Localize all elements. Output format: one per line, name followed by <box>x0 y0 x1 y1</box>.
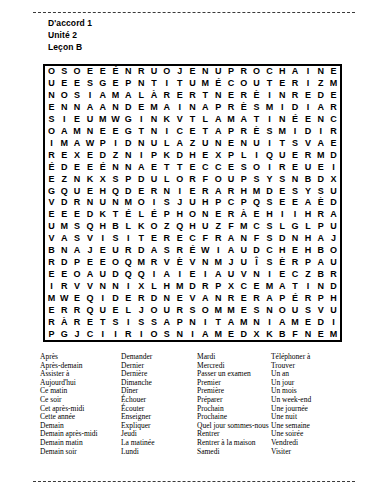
grid-cell-r23-c13: A <box>199 328 212 340</box>
grid-cell-r5-c17: T <box>250 114 263 126</box>
grid-cell-r1-c5: E <box>96 66 109 78</box>
grid-cell-r5-c23: C <box>327 114 340 126</box>
word-list-item: Visiter <box>271 448 351 457</box>
grid-cell-r5-c12: T <box>186 114 199 126</box>
grid-cell-r8-c7: N <box>122 149 135 161</box>
grid-cell-r2-c6: E <box>109 78 122 90</box>
grid-cell-r5-c13: L <box>199 114 212 126</box>
grid-cell-r5-c3: E <box>71 114 84 126</box>
grid-cell-r5-c4: U <box>83 114 96 126</box>
grid-cell-r20-c11: E <box>173 292 186 304</box>
grid-cell-r13-c3: E <box>71 209 84 221</box>
grid-cell-r13-c5: K <box>96 209 109 221</box>
grid-cell-r6-c8: T <box>135 126 148 138</box>
grid-cell-r22-c6: S <box>109 316 122 328</box>
grid-cell-r11-c18: D <box>263 185 276 197</box>
grid-cell-r1-c21: I <box>302 66 315 78</box>
grid-cell-r10-c13: F <box>199 173 212 185</box>
grid-cell-r3-c2: O <box>58 90 71 102</box>
grid-cell-r14-c22: P <box>314 221 327 233</box>
grid-cell-r9-c2: D <box>58 161 71 173</box>
grid-cell-r23-c8: I <box>135 328 148 340</box>
grid-cell-r1-c10: O <box>160 66 173 78</box>
grid-cell-r14-c11: Q <box>173 221 186 233</box>
grid-cell-r2-c13: M <box>199 78 212 90</box>
grid-cell-r22-c2: À <box>58 316 71 328</box>
grid-cell-r7-c10: L <box>160 137 173 149</box>
grid-cell-r19-c22: N <box>314 280 327 292</box>
grid-cell-r2-c20: R <box>289 78 302 90</box>
grid-cell-r10-c21: B <box>302 173 315 185</box>
grid-cell-r16-c15: A <box>225 245 238 257</box>
grid-cell-r18-c17: N <box>250 269 263 281</box>
grid-cell-r22-c23: I <box>327 316 340 328</box>
grid-cell-r7-c2: M <box>58 137 71 149</box>
grid-cell-r12-c1: V <box>45 197 58 209</box>
grid-cell-r20-c7: E <box>122 292 135 304</box>
grid-cell-r14-c13: U <box>199 221 212 233</box>
grid-cell-r23-c18: K <box>263 328 276 340</box>
grid-cell-r23-c16: D <box>237 328 250 340</box>
word-search-grid: OSOEEÉNRUOJENUPROCHAINEUEESGEPNTITUMÉCOU… <box>43 64 342 342</box>
grid-cell-r7-c17: U <box>250 137 263 149</box>
grid-cell-r8-c10: K <box>160 149 173 161</box>
grid-cell-r12-c9: I <box>148 197 161 209</box>
grid-cell-r6-c7: G <box>122 126 135 138</box>
grid-cell-r8-c2: E <box>58 149 71 161</box>
grid-cell-r18-c10: A <box>160 269 173 281</box>
grid-cell-r3-c18: I <box>263 90 276 102</box>
grid-cell-r9-c20: E <box>289 161 302 173</box>
grid-cell-r14-c2: M <box>58 221 71 233</box>
grid-cell-r8-c11: D <box>173 149 186 161</box>
grid-cell-r8-c5: D <box>96 149 109 161</box>
grid-cell-r14-c17: C <box>250 221 263 233</box>
grid-cell-r17-c5: E <box>96 257 109 269</box>
grid-cell-r21-c9: O <box>148 304 161 316</box>
grid-cell-r20-c4: Q <box>83 292 96 304</box>
grid-cell-r19-c23: D <box>327 280 340 292</box>
grid-cell-r13-c12: O <box>186 209 199 221</box>
grid-cell-r4-c22: A <box>314 102 327 114</box>
grid-cell-r11-c17: M <box>250 185 263 197</box>
grid-cell-r12-c11: J <box>173 197 186 209</box>
grid-cell-r2-c12: U <box>186 78 199 90</box>
grid-cell-r3-c21: E <box>302 90 315 102</box>
grid-cell-r9-c1: É <box>45 161 58 173</box>
grid-cell-r21-c17: S <box>250 304 263 316</box>
grid-cell-r23-c20: F <box>289 328 302 340</box>
grid-cell-r17-c17: Î <box>250 257 263 269</box>
grid-cell-r3-c13: T <box>199 90 212 102</box>
grid-cell-r11-c14: A <box>212 185 225 197</box>
grid-cell-r5-c20: É <box>289 114 302 126</box>
grid-cell-r20-c8: R <box>135 292 148 304</box>
grid-cell-r13-c4: D <box>83 209 96 221</box>
grid-cell-r13-c2: E <box>58 209 71 221</box>
grid-cell-r5-c14: A <box>212 114 225 126</box>
grid-cell-r21-c14: M <box>212 304 225 316</box>
grid-cell-r2-c17: U <box>250 78 263 90</box>
grid-cell-r7-c6: I <box>109 137 122 149</box>
grid-cell-r18-c9: I <box>148 269 161 281</box>
grid-cell-r22-c22: D <box>314 316 327 328</box>
grid-cell-r14-c15: F <box>225 221 238 233</box>
grid-cell-r23-c1: P <box>45 328 58 340</box>
grid-cell-r18-c7: Q <box>122 269 135 281</box>
grid-cell-r15-c23: J <box>327 233 340 245</box>
grid-cell-r22-c1: R <box>45 316 58 328</box>
grid-cell-r21-c22: V <box>314 304 327 316</box>
grid-cell-r2-c22: Z <box>314 78 327 90</box>
grid-cell-r8-c18: Q <box>263 149 276 161</box>
grid-cell-r16-c10: S <box>160 245 173 257</box>
grid-cell-r15-c15: A <box>225 233 238 245</box>
grid-cell-r14-c19: L <box>276 221 289 233</box>
grid-cell-r5-c5: M <box>96 114 109 126</box>
worksheet-page: D'accord 1 Unité 2 Leçon B OSOEEÉNRUOJEN… <box>0 0 386 500</box>
grid-cell-r11-c6: Q <box>109 185 122 197</box>
grid-cell-r20-c9: D <box>148 292 161 304</box>
grid-cell-r20-c22: P <box>314 292 327 304</box>
grid-cell-r10-c17: S <box>250 173 263 185</box>
grid-cell-r3-c8: L <box>135 90 148 102</box>
grid-cell-r12-c14: P <box>212 197 225 209</box>
grid-cell-r1-c11: J <box>173 66 186 78</box>
grid-cell-r20-c2: W <box>58 292 71 304</box>
grid-cell-r12-c20: E <box>289 197 302 209</box>
grid-cell-r19-c1: I <box>45 280 58 292</box>
grid-cell-r3-c19: N <box>276 90 289 102</box>
grid-cell-r19-c13: R <box>199 280 212 292</box>
grid-cell-r9-c23: I <box>327 161 340 173</box>
grid-cell-r21-c21: S <box>302 304 315 316</box>
grid-cell-r16-c18: C <box>263 245 276 257</box>
grid-cell-r16-c1: B <box>45 245 58 257</box>
grid-cell-r23-c3: J <box>71 328 84 340</box>
grid-cell-r2-c4: S <box>83 78 96 90</box>
grid-cell-r22-c16: M <box>237 316 250 328</box>
grid-cell-r6-c11: C <box>173 126 186 138</box>
grid-cell-r23-c12: I <box>186 328 199 340</box>
grid-cell-r19-c16: C <box>237 280 250 292</box>
grid-cell-r12-c8: O <box>135 197 148 209</box>
grid-cell-r21-c5: U <box>96 304 109 316</box>
grid-cell-r15-c6: S <box>109 233 122 245</box>
grid-cell-r4-c18: M <box>263 102 276 114</box>
grid-cell-r10-c2: Z <box>58 173 71 185</box>
grid-cell-r2-c14: É <box>212 78 225 90</box>
grid-cell-r13-c23: A <box>327 209 340 221</box>
grid-cell-r19-c4: V <box>83 280 96 292</box>
grid-cell-r21-c11: R <box>173 304 186 316</box>
grid-cell-r9-c6: N <box>109 161 122 173</box>
grid-cell-r22-c13: I <box>199 316 212 328</box>
grid-cell-r14-c7: L <box>122 221 135 233</box>
grid-cell-r23-c19: B <box>276 328 289 340</box>
grid-cell-r12-c3: R <box>71 197 84 209</box>
grid-cell-r4-c19: I <box>276 102 289 114</box>
grid-cell-r19-c20: T <box>289 280 302 292</box>
grid-cell-r9-c17: O <box>250 161 263 173</box>
grid-cell-r1-c6: É <box>109 66 122 78</box>
grid-cell-r22-c4: E <box>83 316 96 328</box>
grid-cell-r18-c20: C <box>289 269 302 281</box>
grid-cell-r22-c17: N <box>250 316 263 328</box>
grid-cell-r3-c1: N <box>45 90 58 102</box>
grid-cell-r21-c7: L <box>122 304 135 316</box>
grid-cell-r1-c18: C <box>263 66 276 78</box>
grid-cell-r3-c11: E <box>173 90 186 102</box>
grid-cell-r3-c17: È <box>250 90 263 102</box>
grid-cell-r20-c20: É <box>289 292 302 304</box>
grid-cell-r21-c18: N <box>263 304 276 316</box>
grid-cell-r13-c17: E <box>250 209 263 221</box>
grid-cell-r19-c19: A <box>276 280 289 292</box>
grid-cell-r17-c1: R <box>45 257 58 269</box>
grid-cell-r4-c9: M <box>148 102 161 114</box>
grid-cell-r7-c22: A <box>314 137 327 149</box>
grid-cell-r5-c16: A <box>237 114 250 126</box>
grid-cell-r15-c11: E <box>173 233 186 245</box>
grid-cell-r15-c1: V <box>45 233 58 245</box>
grid-cell-r23-c14: M <box>212 328 225 340</box>
grid-cell-r1-c16: R <box>237 66 250 78</box>
grid-cell-r5-c15: M <box>225 114 238 126</box>
grid-cell-r11-c8: E <box>135 185 148 197</box>
grid-cell-r7-c12: Z <box>186 137 199 149</box>
grid-cell-r13-c15: R <box>225 209 238 221</box>
grid-cell-r7-c13: U <box>199 137 212 149</box>
grid-cell-r12-c12: U <box>186 197 199 209</box>
grid-cell-r1-c1: O <box>45 66 58 78</box>
grid-cell-r17-c16: U <box>237 257 250 269</box>
grid-cell-r17-c3: P <box>71 257 84 269</box>
grid-cell-r14-c21: L <box>302 221 315 233</box>
grid-cell-r12-c22: È <box>314 197 327 209</box>
grid-cell-r5-c9: N <box>148 114 161 126</box>
grid-cell-r8-c17: I <box>250 149 263 161</box>
grid-cell-r9-c14: C <box>212 161 225 173</box>
grid-cell-r14-c5: H <box>96 221 109 233</box>
grid-cell-r1-c8: R <box>135 66 148 78</box>
grid-cell-r7-c16: N <box>237 137 250 149</box>
grid-cell-r13-c13: N <box>199 209 212 221</box>
grid-cell-r3-c22: D <box>314 90 327 102</box>
grid-cell-r16-c19: H <box>276 245 289 257</box>
grid-cell-r3-c4: I <box>83 90 96 102</box>
grid-cell-r17-c14: M <box>212 257 225 269</box>
grid-cell-r4-c20: D <box>289 102 302 114</box>
grid-cell-r11-c16: H <box>237 185 250 197</box>
grid-cell-r7-c1: I <box>45 137 58 149</box>
grid-cell-r17-c20: R <box>289 257 302 269</box>
grid-cell-r22-c12: N <box>186 316 199 328</box>
grid-cell-r13-c19: I <box>276 209 289 221</box>
grid-cell-r6-c13: T <box>199 126 212 138</box>
grid-cell-r21-c1: E <box>45 304 58 316</box>
grid-cell-r6-c15: P <box>225 126 238 138</box>
grid-cell-r1-c12: E <box>186 66 199 78</box>
grid-cell-r7-c14: N <box>212 137 225 149</box>
grid-cell-r22-c18: I <box>263 316 276 328</box>
grid-cell-r3-c3: S <box>71 90 84 102</box>
grid-cell-r7-c5: P <box>96 137 109 149</box>
grid-cell-r18-c11: I <box>173 269 186 281</box>
grid-cell-r1-c7: N <box>122 66 135 78</box>
grid-cell-r15-c19: D <box>276 233 289 245</box>
grid-cell-r19-c17: E <box>250 280 263 292</box>
grid-cell-r16-c5: E <box>96 245 109 257</box>
grid-cell-r2-c3: E <box>71 78 84 90</box>
grid-cell-r9-c21: U <box>302 161 315 173</box>
grid-cell-r10-c7: P <box>122 173 135 185</box>
grid-cell-r11-c4: E <box>83 185 96 197</box>
grid-cell-r8-c12: H <box>186 149 199 161</box>
grid-cell-r15-c14: R <box>212 233 225 245</box>
grid-cell-r22-c11: P <box>173 316 186 328</box>
grid-cell-r17-c13: N <box>199 257 212 269</box>
grid-cell-r22-c14: T <box>212 316 225 328</box>
grid-cell-r16-c3: A <box>71 245 84 257</box>
grid-cell-r12-c18: S <box>263 197 276 209</box>
grid-cell-r7-c8: N <box>135 137 148 149</box>
grid-cell-r16-c17: D <box>250 245 263 257</box>
grid-cell-r13-c18: H <box>263 209 276 221</box>
grid-cell-r9-c10: T <box>160 161 173 173</box>
grid-cell-r15-c10: R <box>160 233 173 245</box>
grid-cell-r20-c13: A <box>199 292 212 304</box>
grid-cell-r19-c2: R <box>58 280 71 292</box>
grid-cell-r10-c20: N <box>289 173 302 185</box>
grid-cell-r13-c8: L <box>135 209 148 221</box>
grid-cell-r17-c11: È <box>173 257 186 269</box>
grid-cell-r2-c16: O <box>237 78 250 90</box>
grid-cell-r15-c2: A <box>58 233 71 245</box>
grid-cell-r12-c4: N <box>83 197 96 209</box>
grid-cell-r3-c16: R <box>237 90 250 102</box>
grid-cell-r8-c8: I <box>135 149 148 161</box>
grid-cell-r4-c14: P <box>212 102 225 114</box>
grid-cell-r15-c9: E <box>148 233 161 245</box>
grid-cell-r17-c6: O <box>109 257 122 269</box>
grid-cell-r4-c15: R <box>225 102 238 114</box>
grid-cell-r16-c21: H <box>302 245 315 257</box>
grid-cell-r7-c11: A <box>173 137 186 149</box>
grid-cell-r4-c6: N <box>109 102 122 114</box>
grid-cell-r8-c20: E <box>289 149 302 161</box>
grid-cell-r18-c22: B <box>314 269 327 281</box>
grid-cell-r1-c2: S <box>58 66 71 78</box>
grid-cell-r13-c14: E <box>212 209 225 221</box>
grid-cell-r16-c2: N <box>58 245 71 257</box>
word-list-column-1: AprèsAprès-demainAssister àAujourd'huiCe… <box>40 353 121 456</box>
grid-cell-r15-c13: F <box>199 233 212 245</box>
grid-cell-r19-c10: H <box>160 280 173 292</box>
grid-cell-r6-c2: A <box>58 126 71 138</box>
grid-cell-r22-c19: A <box>276 316 289 328</box>
grid-cell-r7-c4: W <box>83 137 96 149</box>
grid-cell-r5-c18: I <box>263 114 276 126</box>
grid-cell-r6-c12: E <box>186 126 199 138</box>
grid-cell-r21-c3: R <box>71 304 84 316</box>
grid-cell-r4-c23: R <box>327 102 340 114</box>
grid-cell-r6-c14: A <box>212 126 225 138</box>
grid-cell-r20-c14: N <box>212 292 225 304</box>
grid-cell-r11-c20: S <box>289 185 302 197</box>
grid-cell-r22-c3: R <box>71 316 84 328</box>
grid-cell-r10-c19: S <box>276 173 289 185</box>
grid-cell-r20-c10: N <box>160 292 173 304</box>
grid-cell-r1-c22: N <box>314 66 327 78</box>
grid-cell-r2-c7: P <box>122 78 135 90</box>
grid-cell-r18-c13: I <box>199 269 212 281</box>
grid-cell-r20-c5: I <box>96 292 109 304</box>
grid-cell-r9-c19: R <box>276 161 289 173</box>
grid-cell-r22-c8: S <box>135 316 148 328</box>
grid-cell-r11-c23: U <box>327 185 340 197</box>
grid-cell-r17-c10: V <box>160 257 173 269</box>
grid-cell-r6-c10: I <box>160 126 173 138</box>
header-lesson: Leçon B <box>48 41 92 53</box>
grid-cell-r5-c1: S <box>45 114 58 126</box>
grid-cell-r9-c9: E <box>148 161 161 173</box>
grid-cell-r10-c14: O <box>212 173 225 185</box>
grid-cell-r22-c15: A <box>225 316 238 328</box>
grid-cell-r12-c5: U <box>96 197 109 209</box>
grid-cell-r12-c16: P <box>237 197 250 209</box>
grid-cell-r9-c13: C <box>199 161 212 173</box>
grid-cell-r1-c4: E <box>83 66 96 78</box>
grid-cell-r9-c12: E <box>186 161 199 173</box>
word-list-item: Lundi <box>121 448 197 457</box>
grid-cell-r17-c7: Q <box>122 257 135 269</box>
grid-cell-r9-c22: E <box>314 161 327 173</box>
grid-cell-r10-c18: Y <box>263 173 276 185</box>
grid-cell-r13-c10: P <box>160 209 173 221</box>
grid-cell-r21-c8: J <box>135 304 148 316</box>
grid-cell-r1-c9: U <box>148 66 161 78</box>
grid-cell-r3-c20: R <box>289 90 302 102</box>
grid-cell-r22-c20: M <box>289 316 302 328</box>
grid-cell-r21-c23: U <box>327 304 340 316</box>
grid-cell-r2-c1: U <box>45 78 58 90</box>
grid-cell-r14-c3: S <box>71 221 84 233</box>
grid-cell-r21-c6: E <box>109 304 122 316</box>
grid-cell-r14-c10: Z <box>160 221 173 233</box>
grid-cell-r9-c7: N <box>122 161 135 173</box>
grid-cell-r9-c3: E <box>71 161 84 173</box>
grid-cell-r8-c16: L <box>237 149 250 161</box>
grid-cell-r8-c4: E <box>83 149 96 161</box>
grid-cell-r6-c19: M <box>276 126 289 138</box>
grid-cell-r17-c22: A <box>314 257 327 269</box>
grid-cell-r13-c22: R <box>314 209 327 221</box>
grid-cell-r1-c3: O <box>71 66 84 78</box>
grid-cell-r15-c3: S <box>71 233 84 245</box>
grid-cell-r2-c19: E <box>276 78 289 90</box>
grid-cell-r4-c2: N <box>58 102 71 114</box>
grid-cell-r8-c13: E <box>199 149 212 161</box>
grid-cell-r6-c3: M <box>71 126 84 138</box>
grid-cell-r18-c21: Z <box>302 269 315 281</box>
grid-cell-r11-c7: D <box>122 185 135 197</box>
grid-cell-r17-c8: M <box>135 257 148 269</box>
grid-cell-r8-c21: R <box>302 149 315 161</box>
grid-cell-r15-c7: I <box>122 233 135 245</box>
grid-cell-r21-c20: U <box>289 304 302 316</box>
grid-cell-r12-c17: Q <box>250 197 263 209</box>
